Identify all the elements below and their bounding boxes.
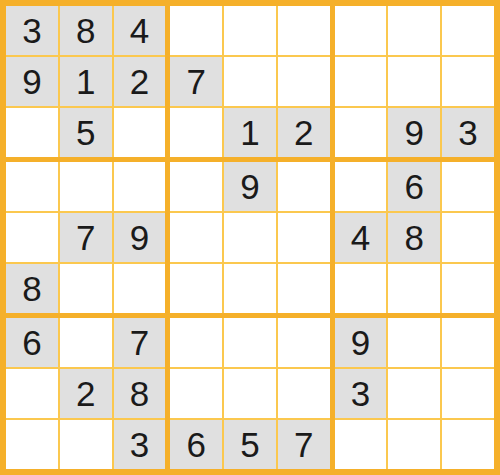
cell-r9c8-empty[interactable] (388, 420, 440, 469)
cell-r5c4-empty[interactable] (170, 213, 222, 262)
cell-r4c1-empty[interactable] (6, 162, 58, 211)
sudoku-box-5: 9 (170, 162, 329, 313)
cell-r7c7-given[interactable]: 9 (335, 318, 387, 367)
cell-r4c7-empty[interactable] (335, 162, 387, 211)
cell-r2c2-given[interactable]: 1 (60, 57, 112, 106)
cell-r9c1-empty[interactable] (6, 420, 58, 469)
cell-r3c5-given[interactable]: 1 (224, 108, 276, 157)
cell-r7c9-empty[interactable] (442, 318, 494, 367)
cell-r7c8-empty[interactable] (388, 318, 440, 367)
sudoku-box-7: 67283 (6, 318, 165, 469)
cell-r3c3-empty[interactable] (114, 108, 166, 157)
cell-r9c2-empty[interactable] (60, 420, 112, 469)
cell-r3c2-given[interactable]: 5 (60, 108, 112, 157)
cell-r2c7-empty[interactable] (335, 57, 387, 106)
cell-r6c3-empty[interactable] (114, 264, 166, 313)
cell-r9c4-given[interactable]: 6 (170, 420, 222, 469)
cell-r5c7-given[interactable]: 4 (335, 213, 387, 262)
cell-r1c7-empty[interactable] (335, 6, 387, 55)
cell-r4c8-given[interactable]: 6 (388, 162, 440, 211)
cell-r5c8-given[interactable]: 8 (388, 213, 440, 262)
cell-r5c5-empty[interactable] (224, 213, 276, 262)
cell-r3c6-given[interactable]: 2 (278, 108, 330, 157)
cell-r3c4-empty[interactable] (170, 108, 222, 157)
cell-r6c2-empty[interactable] (60, 264, 112, 313)
cell-r2c4-given[interactable]: 7 (170, 57, 222, 106)
sudoku-box-8: 657 (170, 318, 329, 469)
cell-r8c1-empty[interactable] (6, 369, 58, 418)
cell-r5c3-given[interactable]: 9 (114, 213, 166, 262)
sudoku-board: 38491257129379896486728365793 (0, 0, 500, 475)
sudoku-box-1: 3849125 (6, 6, 165, 157)
sudoku-box-2: 712 (170, 6, 329, 157)
cell-r8c7-given[interactable]: 3 (335, 369, 387, 418)
cell-r7c5-empty[interactable] (224, 318, 276, 367)
cell-r8c2-given[interactable]: 2 (60, 369, 112, 418)
cell-r3c7-empty[interactable] (335, 108, 387, 157)
cell-r7c1-given[interactable]: 6 (6, 318, 58, 367)
cell-r6c1-given[interactable]: 8 (6, 264, 58, 313)
cell-r4c3-empty[interactable] (114, 162, 166, 211)
cell-r2c8-empty[interactable] (388, 57, 440, 106)
sudoku-box-9: 93 (335, 318, 494, 469)
cell-r4c9-empty[interactable] (442, 162, 494, 211)
cell-r1c8-empty[interactable] (388, 6, 440, 55)
cell-r1c5-empty[interactable] (224, 6, 276, 55)
cell-r4c4-empty[interactable] (170, 162, 222, 211)
cell-r5c9-empty[interactable] (442, 213, 494, 262)
cell-r6c7-empty[interactable] (335, 264, 387, 313)
cell-r1c6-empty[interactable] (278, 6, 330, 55)
cell-r6c9-empty[interactable] (442, 264, 494, 313)
cell-r9c5-given[interactable]: 5 (224, 420, 276, 469)
cell-r5c1-empty[interactable] (6, 213, 58, 262)
cell-r8c3-given[interactable]: 8 (114, 369, 166, 418)
cell-r9c3-given[interactable]: 3 (114, 420, 166, 469)
sudoku-box-4: 798 (6, 162, 165, 313)
cell-r6c8-empty[interactable] (388, 264, 440, 313)
cell-r1c4-empty[interactable] (170, 6, 222, 55)
cell-r7c6-empty[interactable] (278, 318, 330, 367)
cell-r8c5-empty[interactable] (224, 369, 276, 418)
cell-r1c3-given[interactable]: 4 (114, 6, 166, 55)
cell-r6c4-empty[interactable] (170, 264, 222, 313)
cell-r8c9-empty[interactable] (442, 369, 494, 418)
cell-r2c6-empty[interactable] (278, 57, 330, 106)
cell-r8c6-empty[interactable] (278, 369, 330, 418)
cell-r5c2-given[interactable]: 7 (60, 213, 112, 262)
sudoku-box-3: 93 (335, 6, 494, 157)
cell-r6c6-empty[interactable] (278, 264, 330, 313)
cell-r7c4-empty[interactable] (170, 318, 222, 367)
cell-r2c1-given[interactable]: 9 (6, 57, 58, 106)
cell-r3c9-given[interactable]: 3 (442, 108, 494, 157)
cell-r8c4-empty[interactable] (170, 369, 222, 418)
cell-r3c1-empty[interactable] (6, 108, 58, 157)
cell-r7c3-given[interactable]: 7 (114, 318, 166, 367)
cell-r8c8-empty[interactable] (388, 369, 440, 418)
cell-r2c9-empty[interactable] (442, 57, 494, 106)
cell-r3c8-given[interactable]: 9 (388, 108, 440, 157)
cell-r1c1-given[interactable]: 3 (6, 6, 58, 55)
cell-r9c9-empty[interactable] (442, 420, 494, 469)
cell-r9c7-empty[interactable] (335, 420, 387, 469)
cell-r7c2-empty[interactable] (60, 318, 112, 367)
cell-r4c6-empty[interactable] (278, 162, 330, 211)
cell-r5c6-empty[interactable] (278, 213, 330, 262)
cell-r4c5-given[interactable]: 9 (224, 162, 276, 211)
cell-r1c2-given[interactable]: 8 (60, 6, 112, 55)
cell-r4c2-empty[interactable] (60, 162, 112, 211)
sudoku-box-6: 648 (335, 162, 494, 313)
cell-r2c3-given[interactable]: 2 (114, 57, 166, 106)
cell-r9c6-given[interactable]: 7 (278, 420, 330, 469)
cell-r2c5-empty[interactable] (224, 57, 276, 106)
cell-r6c5-empty[interactable] (224, 264, 276, 313)
cell-r1c9-empty[interactable] (442, 6, 494, 55)
